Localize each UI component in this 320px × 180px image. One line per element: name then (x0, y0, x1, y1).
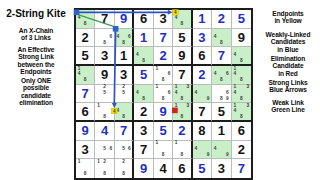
pencilmark-r4c8-8: 8 (218, 78, 224, 84)
given-digit: 5 (178, 31, 185, 44)
pencilmark-r5c3-5: 5 (121, 91, 127, 97)
pencilmark-r4c5-8: 8 (160, 78, 166, 84)
cell-r3c9[interactable]: 48 (232, 47, 251, 66)
cell-r8c2[interactable]: 56 (95, 141, 114, 160)
legend-endpoints: Endpoints in Yellow (256, 10, 320, 25)
cell-r7c2[interactable]: 4 (95, 122, 114, 141)
cell-r3c1[interactable]: 5 (76, 47, 95, 66)
technique-info-panel: 2-String Kite An X-Chain of 3 Links An E… (0, 0, 72, 180)
cell-r5c3[interactable]: 25 (115, 85, 134, 104)
pencilmark-r5c6-8: 8 (179, 96, 185, 102)
solved-digit: 5 (198, 162, 205, 175)
cell-r9c8[interactable]: 3 (212, 159, 231, 178)
cell-r7c5[interactable]: 5 (154, 122, 173, 141)
cell-r9c7[interactable]: 5 (193, 159, 212, 178)
cell-r4c9[interactable]: 148 (232, 66, 251, 85)
pencilmark-r8c5-8: 8 (160, 152, 166, 158)
cell-r2c4[interactable]: 1 (134, 29, 153, 48)
cell-r8c6[interactable]: 18 (173, 141, 192, 160)
cell-r2c1[interactable]: 2 (76, 29, 95, 48)
pencilmark-r5c9-8: 8 (238, 96, 244, 102)
pencilmark-r8c8-4: 4 (212, 147, 218, 153)
pencilmark-r5c8-9: 9 (224, 96, 230, 102)
cell-r6c9[interactable]: 1348 (232, 103, 251, 122)
given-digit: 9 (178, 49, 185, 62)
cell-r3c2[interactable]: 3 (95, 47, 114, 66)
given-digit: 6 (238, 124, 245, 137)
cell-r9c4[interactable]: 9 (134, 159, 153, 178)
cell-r9c9[interactable]: 7 (232, 159, 251, 178)
cell-r8c5[interactable]: 18 (154, 141, 173, 160)
pencilmark-r1c1-8: 8 (82, 22, 88, 28)
pencilmark-r2c2-6: 6 (108, 35, 114, 41)
pencilmark-r4c5-1: 1 (154, 66, 160, 72)
cell-r4c4[interactable]: 5 (134, 66, 153, 85)
given-digit: 9 (101, 68, 108, 81)
pencilmark-r3c9-8: 8 (238, 58, 244, 64)
cell-r4c7[interactable]: 2 (193, 66, 212, 85)
cell-r5c7[interactable]: 49 (193, 85, 212, 104)
legend-elimination: Elimination Candidate in Red (256, 55, 320, 77)
solved-digit: 1 (198, 12, 205, 25)
pencilmark-r8c8-9: 9 (224, 152, 230, 158)
given-digit: 7 (198, 105, 205, 118)
cell-r2c7[interactable]: 3 (193, 29, 212, 48)
given-digit: 7 (178, 68, 185, 81)
cell-r5c6[interactable]: 1348 (173, 85, 192, 104)
pencilmark-r8c2-6: 6 (108, 147, 114, 153)
pencilmark-r6c2-1: 1 (95, 103, 101, 109)
cell-r5c1[interactable]: 7 (76, 85, 95, 104)
cell-r8c8[interactable]: 49 (212, 141, 231, 160)
given-digit: 7 (101, 12, 108, 25)
cell-r4c3[interactable]: 3 (115, 66, 134, 85)
cell-r9c2[interactable]: 128 (95, 159, 114, 178)
pencilmark-r5c4-8: 8 (140, 96, 146, 102)
cell-r6c1[interactable]: 6 (76, 103, 95, 122)
cell-r8c9[interactable]: 2 (232, 141, 251, 160)
given-digit: 5 (82, 49, 89, 62)
given-digit: 6 (178, 162, 185, 175)
given-digit: 2 (140, 105, 147, 118)
cell-r9c1[interactable]: 18 (76, 159, 95, 178)
solved-digit: 7 (82, 87, 89, 100)
pencilmark-r4c5-6: 6 (166, 72, 172, 78)
pencilmark-r8c5-1: 1 (154, 141, 160, 147)
pencilmark-r8c3-6: 6 (126, 147, 132, 153)
pencilmark-r8c6-8: 8 (179, 152, 185, 158)
cell-r1c1[interactable]: 48 (76, 10, 95, 29)
pencilmark-r4c9-8: 8 (238, 78, 244, 84)
solved-digit: 9 (159, 105, 166, 118)
pencilmark-r6c6-3: 3 (185, 103, 191, 109)
given-digit: 2 (82, 31, 89, 44)
cell-r3c5[interactable]: 2 (154, 47, 173, 66)
cell-r5c2[interactable]: 25 (95, 85, 114, 104)
cell-r1c7[interactable]: 1 (193, 10, 212, 29)
pencilmark-r8c7-9: 9 (205, 152, 211, 158)
cell-r1c8[interactable]: 2 (212, 10, 231, 29)
cell-r7c4[interactable]: 3 (134, 122, 153, 141)
pencilmark-r6c3-8: 8 (121, 114, 127, 120)
cell-r6c5[interactable]: 9 (154, 103, 173, 122)
cell-r2c9[interactable]: 9 (232, 29, 251, 48)
cell-r7c1[interactable]: 9 (76, 122, 95, 141)
pencilmark-r5c9-3: 3 (245, 85, 251, 91)
legend-strong-links: Strong Links Blue Arrows (256, 79, 320, 94)
technique-note-elimination: Only ONE possible candidate elimination (0, 77, 72, 106)
cell-r7c9[interactable]: 6 (232, 122, 251, 141)
pencilmark-r8c7-4: 4 (193, 147, 199, 153)
cell-r5c8[interactable]: 689 (212, 85, 231, 104)
solved-digit: 2 (218, 12, 225, 25)
technique-note-xchain: An X-Chain of 3 Links (0, 27, 72, 42)
pencilmark-r9c3-8: 8 (121, 172, 127, 178)
legend-panel: Endpoints in Yellow Weakly-Linked Candid… (256, 0, 320, 180)
cell-r1c9[interactable]: 5 (232, 10, 251, 29)
solved-digit: 7 (218, 49, 225, 62)
solved-digit: 2 (198, 68, 205, 81)
solved-digit: 5 (140, 68, 147, 81)
solved-digit: 7 (120, 124, 127, 137)
pencilmark-r2c3-6: 6 (126, 35, 132, 41)
solved-digit: 3 (198, 31, 205, 44)
technique-note-stronglink: An Effective Strong Link between the End… (0, 46, 72, 75)
cell-r7c6[interactable]: 2 (173, 122, 192, 141)
pencilmark-r5c5-6: 6 (166, 91, 172, 97)
given-digit: 6 (198, 49, 205, 62)
cell-r8c3[interactable]: 56 (115, 141, 134, 160)
cell-r8c4[interactable]: 7 (134, 141, 153, 160)
pencilmark-r9c3-2: 2 (121, 159, 127, 165)
pencilmark-r5c5-1: 1 (154, 85, 160, 91)
given-digit: 3 (218, 162, 225, 175)
given-digit: 7 (140, 143, 147, 156)
pencilmark-r6c9-3: 3 (245, 103, 251, 109)
cell-r1c4[interactable]: 6 (134, 10, 153, 29)
pencilmark-r9c2-2: 2 (102, 159, 108, 165)
solved-digit: 7 (159, 31, 166, 44)
cell-r4c1[interactable]: 148 (76, 66, 95, 85)
legend-weak-linked: Weakly-Linked Candidates in Blue (256, 31, 320, 53)
cell-r2c3[interactable]: 468 (115, 29, 134, 48)
given-digit: 3 (159, 12, 166, 25)
cell-r4c8[interactable]: 468 (212, 66, 231, 85)
given-digit: 1 (218, 124, 225, 137)
cell-r6c6[interactable]: 1348 (173, 103, 192, 122)
cell-r2c2[interactable]: 68 (95, 29, 114, 48)
cell-r6c7[interactable]: 7 (193, 103, 212, 122)
cell-r4c2[interactable]: 9 (95, 66, 114, 85)
cell-r2c5[interactable]: 7 (154, 29, 173, 48)
cell-r9c3[interactable]: 28 (115, 159, 134, 178)
given-digit: 9 (238, 31, 245, 44)
cell-r3c3[interactable]: 1 (115, 47, 134, 66)
solved-digit: 5 (238, 12, 245, 25)
solved-digit: 9 (120, 12, 127, 25)
cell-r3c6[interactable]: 9 (173, 47, 192, 66)
given-digit: 3 (120, 68, 127, 81)
given-digit: 3 (140, 124, 147, 137)
pencilmark-r6c9-8: 8 (238, 114, 244, 120)
cell-r1c3[interactable]: 9 (115, 10, 134, 29)
cell-r5c9[interactable]: 1348 (232, 85, 251, 104)
given-digit: 3 (82, 143, 89, 156)
cell-r7c3[interactable]: 7 (115, 122, 134, 141)
pencilmark-r9c2-8: 8 (102, 172, 108, 178)
cell-r8c1[interactable]: 3 (76, 141, 95, 160)
cell-r6c8[interactable]: 5 (212, 103, 231, 122)
cell-r4c5[interactable]: 168 (154, 66, 173, 85)
solved-digit: 2 (159, 49, 166, 62)
legend-weak-link: Weak Link Green Line (256, 99, 320, 114)
cell-r4c6[interactable]: 7 (173, 66, 192, 85)
cell-r5c5[interactable]: 168 (154, 85, 173, 104)
given-digit: 6 (140, 12, 147, 25)
pencilmark-r5c7-9: 9 (205, 96, 211, 102)
cell-r6c3[interactable]: 48 (115, 103, 134, 122)
given-digit: 2 (238, 143, 245, 156)
cell-r9c6[interactable]: 6 (173, 159, 192, 178)
pencilmark-r1c6-8: 8 (179, 22, 185, 28)
pencilmark-r6c6-8: 8 (179, 114, 185, 120)
given-digit: 4 (159, 162, 166, 175)
pencilmark-r2c8-8: 8 (218, 40, 224, 46)
cell-r8c7[interactable]: 49 (193, 141, 212, 160)
sudoku-board[interactable]: 4879634812526846817534895314829674814893… (74, 8, 253, 180)
cell-r7c8[interactable]: 1 (212, 122, 231, 141)
pencilmark-r6c2-8: 8 (102, 114, 108, 120)
solved-digit: 4 (101, 124, 108, 137)
screenshot-root: 2-String Kite An X-Chain of 3 Links An E… (0, 0, 320, 180)
cell-r1c5[interactable]: 3 (154, 10, 173, 29)
cell-r3c4[interactable]: 48 (134, 47, 153, 66)
cell-r3c7[interactable]: 6 (193, 47, 212, 66)
cell-r1c6[interactable]: 48 (173, 10, 192, 29)
cell-r2c8[interactable]: 48 (212, 29, 231, 48)
pencilmark-r4c8-6: 6 (224, 72, 230, 78)
cell-r6c4[interactable]: 2 (134, 103, 153, 122)
pencilmark-r5c2-5: 5 (102, 91, 108, 97)
pencilmark-r9c1-8: 8 (82, 172, 88, 178)
cell-r7c7[interactable]: 8 (193, 122, 212, 141)
pencilmark-r2c2-8: 8 (102, 40, 108, 46)
solved-digit: 5 (159, 124, 166, 137)
given-digit: 5 (218, 105, 225, 118)
pencilmark-r3c4-8: 8 (140, 58, 146, 64)
given-digit: 6 (82, 105, 89, 118)
cell-r5c4[interactable]: 48 (134, 85, 153, 104)
pencilmark-r9c1-1: 1 (76, 159, 82, 165)
given-digit: 1 (120, 49, 127, 62)
cell-r3c8[interactable]: 7 (212, 47, 231, 66)
pencilmark-r4c1-8: 8 (82, 78, 88, 84)
solved-digit: 2 (178, 124, 185, 137)
solved-digit: 9 (82, 124, 89, 137)
solved-digit: 1 (140, 31, 147, 44)
pencilmark-r8c6-1: 1 (173, 141, 179, 147)
technique-title: 2-String Kite (0, 8, 72, 19)
pencilmark-r2c3-8: 8 (121, 40, 127, 46)
cell-r2c6[interactable]: 5 (173, 29, 192, 48)
pencilmark-r5c7-4: 4 (193, 91, 199, 97)
cell-r9c5[interactable]: 4 (154, 159, 173, 178)
given-digit: 3 (101, 49, 108, 62)
solved-digit: 7 (238, 162, 245, 175)
cell-r1c2[interactable]: 7 (95, 10, 114, 29)
cell-r6c2[interactable]: 18 (95, 103, 114, 122)
given-digit: 8 (198, 124, 205, 137)
solved-digit: 9 (140, 162, 147, 175)
pencilmark-r5c6-3: 3 (185, 85, 191, 91)
pencilmark-r5c5-8: 8 (160, 96, 166, 102)
